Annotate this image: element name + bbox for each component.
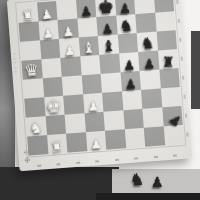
square-g3[interactable]: [141, 88, 162, 108]
square-h7[interactable]: [155, 11, 176, 31]
black-pawn[interactable]: ♟: [125, 77, 137, 90]
square-a1[interactable]: [27, 135, 48, 155]
square-b5[interactable]: [41, 58, 62, 78]
square-f1[interactable]: [124, 128, 145, 148]
table-right-shadow: [191, 31, 200, 109]
square-d6[interactable]: ♝: [78, 36, 99, 56]
white-king[interactable]: ♚: [45, 97, 63, 117]
square-g6[interactable]: ♞: [137, 32, 158, 52]
square-b3[interactable]: ♚: [44, 96, 65, 116]
square-c2[interactable]: [65, 113, 86, 133]
square-a6[interactable]: [20, 40, 41, 60]
square-f5[interactable]: ♟: [119, 52, 140, 72]
square-d4[interactable]: [81, 74, 102, 94]
black-pawn[interactable]: ♟: [143, 57, 155, 70]
square-a5[interactable]: ♛: [21, 59, 42, 79]
square-f8[interactable]: ♟: [114, 0, 135, 16]
square-e1[interactable]: [105, 129, 126, 149]
black-king[interactable]: ♚: [97, 0, 114, 17]
black-pawn[interactable]: ♟: [123, 59, 135, 72]
chess-board: ♜♟♟♚♟♟♟♟♞♟♝♝♞♛♟♟♜♟♚♟♞♟♜♟: [17, 0, 184, 156]
square-c8[interactable]: [56, 0, 77, 20]
square-h4[interactable]: [159, 68, 180, 88]
square-c6[interactable]: ♟: [59, 37, 80, 57]
square-b8[interactable]: ♟: [37, 1, 58, 21]
white-knight[interactable]: ♞: [28, 120, 43, 137]
white-pawn[interactable]: ♟: [42, 26, 55, 40]
square-c4[interactable]: [62, 75, 83, 95]
square-e6[interactable]: ♝: [98, 35, 119, 55]
square-a3[interactable]: [24, 97, 45, 117]
square-e4[interactable]: [101, 72, 122, 92]
square-h5[interactable]: ♜: [158, 49, 179, 69]
square-c1[interactable]: [66, 132, 87, 152]
black-rook[interactable]: ♜: [162, 55, 175, 69]
board-brand-text: ·I·I·I·I·I·: [12, 51, 19, 76]
square-d3[interactable]: ♟: [83, 93, 104, 113]
square-e7[interactable]: ♟: [96, 16, 117, 36]
square-h3[interactable]: [160, 87, 181, 107]
captured-pieces-area: ♞♟: [124, 171, 196, 200]
square-h2[interactable]: ♟: [162, 106, 183, 126]
white-pawn[interactable]: ♟: [90, 137, 103, 151]
square-e5[interactable]: [99, 53, 120, 73]
margin-tick-marks-bottom: [29, 154, 185, 168]
square-g7[interactable]: [135, 13, 156, 33]
emblem-ornament-icon: ✣: [22, 157, 34, 165]
square-h6[interactable]: [156, 30, 177, 50]
square-g2[interactable]: [142, 107, 163, 127]
white-rook[interactable]: ♜: [50, 139, 64, 154]
black-pawn[interactable]: ♟: [80, 4, 93, 18]
square-e2[interactable]: [103, 110, 124, 130]
square-b2[interactable]: [45, 115, 66, 135]
square-a7[interactable]: [19, 21, 40, 41]
square-d1[interactable]: ♟: [85, 131, 106, 151]
white-pawn[interactable]: ♟: [63, 44, 76, 58]
square-a2[interactable]: ♞: [26, 116, 47, 136]
square-f7[interactable]: ♞: [116, 14, 137, 34]
black-pawn[interactable]: ♟: [119, 2, 131, 15]
square-c3[interactable]: [63, 94, 84, 114]
square-f3[interactable]: [121, 90, 142, 110]
white-pawn[interactable]: ♟: [40, 7, 53, 21]
square-d2[interactable]: [84, 112, 105, 132]
square-c5[interactable]: [60, 56, 81, 76]
square-b6[interactable]: [39, 39, 60, 59]
square-f6[interactable]: [117, 33, 138, 53]
captured-black-knight[interactable]: ♞: [130, 172, 144, 200]
square-a4[interactable]: [23, 78, 44, 98]
black-knight[interactable]: ♞: [141, 36, 155, 51]
square-g4[interactable]: [140, 70, 161, 90]
chess-photo-scene: ·I·I·I·I·I· ✣ ✣ ♜♟♟♚♟♟♟♟♞♟♝♝♞♛♟♟♜♟♚♟♞♟♜♟…: [0, 0, 200, 200]
black-bishop[interactable]: ♝: [101, 39, 115, 55]
white-pawn[interactable]: ♟: [62, 25, 75, 39]
captured-black-pawn[interactable]: ♟: [151, 175, 164, 200]
white-rook[interactable]: ♜: [20, 7, 34, 23]
black-knight[interactable]: ♞: [120, 19, 134, 34]
square-d8[interactable]: ♟: [75, 0, 96, 19]
square-g1[interactable]: [144, 126, 165, 146]
square-e8[interactable]: ♚: [95, 0, 116, 17]
square-d5[interactable]: [80, 55, 101, 75]
square-g5[interactable]: ♟: [138, 51, 159, 71]
square-a8[interactable]: ♜: [17, 3, 38, 23]
square-c7[interactable]: ♟: [57, 19, 78, 39]
square-f2[interactable]: [123, 109, 144, 129]
white-queen[interactable]: ♛: [23, 61, 40, 80]
square-e3[interactable]: [102, 91, 123, 111]
chess-board-sheet: ·I·I·I·I·I· ✣ ✣ ♜♟♟♚♟♟♟♟♞♟♝♝♞♛♟♟♜♟♚♟♞♟♜♟: [7, 0, 192, 171]
square-b1[interactable]: ♜: [47, 134, 68, 154]
white-pawn[interactable]: ♟: [87, 99, 100, 113]
square-b7[interactable]: ♟: [38, 20, 59, 40]
square-f4[interactable]: ♟: [120, 71, 141, 91]
white-bishop[interactable]: ♝: [82, 40, 97, 56]
black-pawn[interactable]: ♟: [101, 22, 113, 36]
square-d7[interactable]: [77, 17, 98, 37]
